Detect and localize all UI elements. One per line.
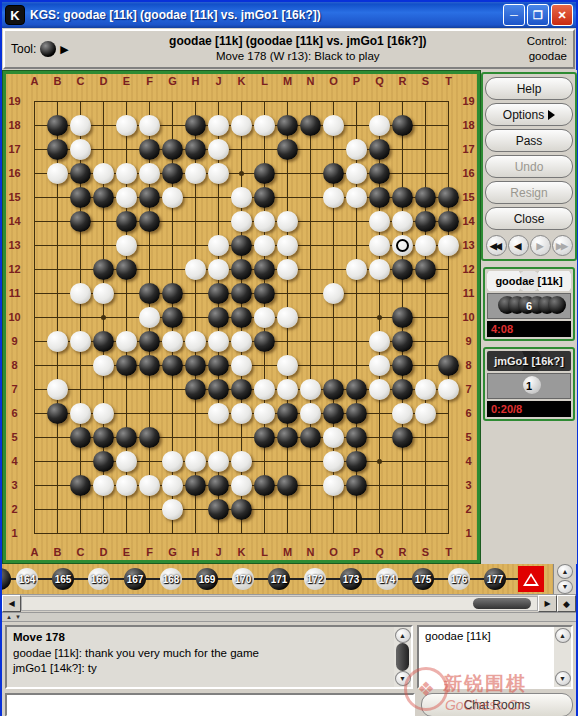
move-strip-up-button[interactable]: ▲ <box>557 564 573 579</box>
move-stone-164[interactable]: 164 <box>16 568 38 590</box>
black-stone-G16 <box>162 163 183 184</box>
white-stone-R14 <box>392 211 413 232</box>
captured-stones-tray: 6 <box>487 293 571 319</box>
black-stone-S14 <box>415 211 436 232</box>
coord-label: 11 <box>460 281 477 305</box>
user-list-scrollbar[interactable]: ▲ ▼ <box>554 627 571 687</box>
black-stone-B18 <box>47 115 68 136</box>
white-stone-H16 <box>185 163 206 184</box>
coord-label: 2 <box>460 497 477 521</box>
black-stone-J2 <box>208 499 229 520</box>
coord-label: R <box>391 545 414 560</box>
white-stone-K8 <box>231 355 252 376</box>
coord-label: A <box>23 74 46 89</box>
black-stone-M5 <box>277 427 298 448</box>
white-stone-N6 <box>300 403 321 424</box>
black-stone-P3 <box>346 475 367 496</box>
black-stone-R5 <box>392 427 413 448</box>
black-stone-L12 <box>254 259 275 280</box>
coord-label: R <box>391 74 414 89</box>
step-forward-button: ▶ <box>530 235 551 256</box>
white-stone-B7 <box>47 379 68 400</box>
coord-label: 2 <box>6 497 23 521</box>
chat-scrollbar[interactable]: ▲ ▼ <box>394 627 411 687</box>
black-stone-F15 <box>139 187 160 208</box>
white-stone-Q18 <box>369 115 390 136</box>
coord-label: 13 <box>460 233 477 257</box>
game-buttons-panel: HelpOptionsPassUndoResignClose◀◀◀▶▶▶ <box>481 72 577 261</box>
control-label: Control: <box>527 34 567 49</box>
chat-scroll-up-button[interactable]: ▲ <box>395 628 411 643</box>
white-stone-K15 <box>231 187 252 208</box>
black-stone-D9 <box>93 331 114 352</box>
black-stone-E14 <box>116 211 137 232</box>
game-title: goodae [11k] (goodae [11k] vs. jmGo1 [16… <box>75 34 521 49</box>
white-stone-N7 <box>300 379 321 400</box>
move-stone-170[interactable]: 170 <box>232 568 254 590</box>
coord-label: L <box>253 74 276 89</box>
board-coordinates-top: ABCDEFGHJKLMNOPQRST <box>23 74 460 89</box>
white-stone-E18 <box>116 115 137 136</box>
move-stone-173[interactable]: 173 <box>340 568 362 590</box>
coord-label: M <box>276 545 299 560</box>
tool-stone-icon[interactable] <box>40 41 56 57</box>
white-stone-G4 <box>162 451 183 472</box>
white-stone-F16 <box>139 163 160 184</box>
white-stone-D6 <box>93 403 114 424</box>
move-stone-partial[interactable] <box>2 568 11 590</box>
coord-label: 10 <box>460 305 477 329</box>
app-icon: K <box>5 5 25 25</box>
white-stone-B16 <box>47 163 68 184</box>
coord-label: N <box>299 74 322 89</box>
coord-label: G <box>161 545 184 560</box>
black-stone-L11 <box>254 283 275 304</box>
player-card-black: jmGo1 [16k?]10:20/8 <box>483 347 575 421</box>
white-stone-J12 <box>208 259 229 280</box>
black-stone-N5 <box>300 427 321 448</box>
black-stone-H18 <box>185 115 206 136</box>
player-name: goodae [11k] <box>487 271 571 291</box>
coord-label: 1 <box>6 521 23 545</box>
black-stone-K2 <box>231 499 252 520</box>
white-stone-Q13 <box>369 235 390 256</box>
black-stone-Q15 <box>369 187 390 208</box>
maximize-button[interactable]: ❐ <box>527 4 549 26</box>
options-button[interactable]: Options <box>485 103 573 126</box>
black-stone-L5 <box>254 427 275 448</box>
captured-stone-icon <box>548 296 566 314</box>
white-stone-M7 <box>277 379 298 400</box>
black-stone-H3 <box>185 475 206 496</box>
move-stone-167[interactable]: 167 <box>124 568 146 590</box>
coord-label: S <box>414 74 437 89</box>
captured-stones-tray: 1 <box>487 373 571 399</box>
white-stone-R13 <box>392 235 413 256</box>
coord-label: 15 <box>6 185 23 209</box>
white-stone-J18 <box>208 115 229 136</box>
star-point <box>239 171 244 176</box>
black-stone-R18 <box>392 115 413 136</box>
coord-label: C <box>69 74 92 89</box>
player-clock: 4:08 <box>487 321 571 337</box>
coord-label: 4 <box>6 449 23 473</box>
black-stone-P4 <box>346 451 367 472</box>
coord-label: J <box>207 74 230 89</box>
board-coordinates-bottom: ABCDEFGHJKLMNOPQRST <box>23 545 460 560</box>
kgs-game-window: K KGS: goodae [11k] (goodae [11k] vs. jm… <box>0 0 578 716</box>
move-stone-171[interactable]: 171 <box>268 568 290 590</box>
coord-label: 7 <box>6 377 23 401</box>
coord-label: 6 <box>460 401 477 425</box>
chat-scrollbar-thumb[interactable] <box>396 643 409 671</box>
black-stone-D12 <box>93 259 114 280</box>
white-stone-C6 <box>70 403 91 424</box>
coord-label: J <box>207 545 230 560</box>
black-stone-S15 <box>415 187 436 208</box>
move-stone-176[interactable]: 176 <box>448 568 470 590</box>
coord-label: 9 <box>6 329 23 353</box>
control-value: goodae <box>527 49 567 64</box>
coord-label: 14 <box>6 209 23 233</box>
move-stone-166[interactable]: 166 <box>88 568 110 590</box>
black-stone-B17 <box>47 139 68 160</box>
white-stone-R6 <box>392 403 413 424</box>
black-stone-O16 <box>323 163 344 184</box>
white-stone-K6 <box>231 403 252 424</box>
white-stone-E4 <box>116 451 137 472</box>
coord-label: 16 <box>460 161 477 185</box>
splitter-down-icon[interactable]: ▼ <box>15 614 21 620</box>
move-stone-174[interactable]: 174 <box>376 568 398 590</box>
coord-label: 7 <box>460 377 477 401</box>
star-point <box>101 315 106 320</box>
white-stone-G15 <box>162 187 183 208</box>
chat-splitter[interactable]: ▲ ▼ <box>2 612 576 622</box>
chat-area: Move 178goodae [11k]: thank you very muc… <box>2 622 576 716</box>
rewind-to-start-button[interactable]: ◀◀ <box>486 235 507 256</box>
white-stone-F10 <box>139 307 160 328</box>
board-coordinates-left: 19181716151413121110987654321 <box>6 89 23 545</box>
black-stone-T15 <box>438 187 459 208</box>
white-stone-Q9 <box>369 331 390 352</box>
black-stone-F14 <box>139 211 160 232</box>
current-move-marker[interactable] <box>518 566 544 592</box>
coord-label: G <box>161 74 184 89</box>
coord-label: N <box>299 545 322 560</box>
move-number-strip[interactable]: 1641651661671681691701711721731741751761… <box>2 564 576 594</box>
black-stone-F8 <box>139 355 160 376</box>
white-stone-L18 <box>254 115 275 136</box>
black-stone-H17 <box>185 139 206 160</box>
white-stone-J16 <box>208 163 229 184</box>
white-stone-P17 <box>346 139 367 160</box>
black-stone-F17 <box>139 139 160 160</box>
white-stone-Q14 <box>369 211 390 232</box>
black-stone-F11 <box>139 283 160 304</box>
submenu-arrow-icon <box>548 110 555 120</box>
coord-label: E <box>115 74 138 89</box>
pass-button[interactable]: Pass <box>485 129 573 152</box>
white-stone-S7 <box>415 379 436 400</box>
coord-label: D <box>92 74 115 89</box>
move-stone-175[interactable]: 175 <box>412 568 434 590</box>
coord-label: 8 <box>460 353 477 377</box>
coord-label: 12 <box>460 257 477 281</box>
last-move-marker <box>396 239 409 252</box>
black-stone-C3 <box>70 475 91 496</box>
white-stone-G9 <box>162 331 183 352</box>
black-stone-R7 <box>392 379 413 400</box>
splitter-up-icon[interactable]: ▲ <box>6 614 12 620</box>
white-stone-S13 <box>415 235 436 256</box>
white-stone-J9 <box>208 331 229 352</box>
coord-label: T <box>437 74 460 89</box>
coord-label: 12 <box>6 257 23 281</box>
scrollbar-thumb[interactable] <box>473 598 531 609</box>
coord-label: 18 <box>460 113 477 137</box>
coord-label: 8 <box>6 353 23 377</box>
white-stone-C11 <box>70 283 91 304</box>
white-stone-M12 <box>277 259 298 280</box>
black-stone-G10 <box>162 307 183 328</box>
black-stone-C5 <box>70 427 91 448</box>
black-stone-K11 <box>231 283 252 304</box>
coord-label: 4 <box>460 449 477 473</box>
black-stone-T14 <box>438 211 459 232</box>
title-bar[interactable]: K KGS: goodae [11k] (goodae [11k] vs. jm… <box>2 2 576 28</box>
coord-label: 5 <box>6 425 23 449</box>
white-stone-K3 <box>231 475 252 496</box>
coord-label: M <box>276 74 299 89</box>
player-name: jmGo1 [16k?] <box>487 351 571 371</box>
black-stone-H8 <box>185 355 206 376</box>
minimize-button[interactable]: ─ <box>503 4 525 26</box>
white-stone-M10 <box>277 307 298 328</box>
white-stone-O5 <box>323 427 344 448</box>
coord-label: 6 <box>6 401 23 425</box>
white-stone-J4 <box>208 451 229 472</box>
scrollbar-track[interactable] <box>21 596 538 611</box>
coord-label: 17 <box>460 137 477 161</box>
coord-label: D <box>92 545 115 560</box>
coord-label: F <box>138 545 161 560</box>
coord-label: 17 <box>6 137 23 161</box>
white-stone-H4 <box>185 451 206 472</box>
scroll-left-button[interactable]: ◀ <box>2 595 21 612</box>
black-stone-C14 <box>70 211 91 232</box>
black-stone-Q17 <box>369 139 390 160</box>
white-stone-M14 <box>277 211 298 232</box>
tool-dropdown-arrow-icon[interactable]: ▶ <box>60 43 68 56</box>
black-stone-F5 <box>139 427 160 448</box>
white-stone-C18 <box>70 115 91 136</box>
white-stone-O4 <box>323 451 344 472</box>
board-frame: ABCDEFGHJKLMNOPQRST ABCDEFGHJKLMNOPQRST … <box>2 70 481 564</box>
go-board[interactable]: ABCDEFGHJKLMNOPQRST ABCDEFGHJKLMNOPQRST … <box>6 74 477 560</box>
move-stone-168[interactable]: 168 <box>160 568 182 590</box>
coord-label: 19 <box>460 89 477 113</box>
black-stone-E5 <box>116 427 137 448</box>
player-clock: 0:20/8 <box>487 401 571 417</box>
coord-label: 3 <box>460 473 477 497</box>
black-stone-Q16 <box>369 163 390 184</box>
black-stone-E8 <box>116 355 137 376</box>
white-stone-L6 <box>254 403 275 424</box>
white-stone-K18 <box>231 115 252 136</box>
white-stone-E9 <box>116 331 137 352</box>
white-stone-T13 <box>438 235 459 256</box>
chat-message: jmGo1 [14k?]: ty <box>13 661 388 677</box>
white-stone-F18 <box>139 115 160 136</box>
white-stone-K14 <box>231 211 252 232</box>
user-list-scroll-up-button[interactable]: ▲ <box>555 628 571 643</box>
black-stone-J10 <box>208 307 229 328</box>
player-card-white: goodae [11k]64:08 <box>483 267 575 341</box>
coord-label: 15 <box>460 185 477 209</box>
white-stone-D3 <box>93 475 114 496</box>
move-stone-169[interactable]: 169 <box>196 568 218 590</box>
forward-to-end-button: ▶▶ <box>552 235 573 256</box>
white-stone-D8 <box>93 355 114 376</box>
scroll-right-button[interactable]: ▶ <box>538 595 557 612</box>
black-stone-G17 <box>162 139 183 160</box>
white-stone-K4 <box>231 451 252 472</box>
move-stone-165[interactable]: 165 <box>52 568 74 590</box>
coord-label: 14 <box>460 209 477 233</box>
white-stone-S6 <box>415 403 436 424</box>
help-button[interactable]: Help <box>485 77 573 100</box>
black-stone-D4 <box>93 451 114 472</box>
coord-label: K <box>230 545 253 560</box>
coord-label: H <box>184 74 207 89</box>
white-stone-L7 <box>254 379 275 400</box>
black-stone-P7 <box>346 379 367 400</box>
coord-label: B <box>46 74 69 89</box>
chat-input[interactable] <box>5 693 415 716</box>
black-stone-G11 <box>162 283 183 304</box>
black-stone-J8 <box>208 355 229 376</box>
close-button[interactable]: Close <box>485 207 573 230</box>
move-strip-down-button[interactable]: ▼ <box>557 580 573 595</box>
chat-message: goodae [11k]: thank you very much for th… <box>13 646 388 662</box>
white-stone-L10 <box>254 307 275 328</box>
white-stone-J13 <box>208 235 229 256</box>
chat-messages-panel: Move 178goodae [11k]: thank you very muc… <box>5 625 413 689</box>
move-stone-177[interactable]: 177 <box>484 568 506 590</box>
coord-label: Q <box>368 545 391 560</box>
coord-label: B <box>46 545 69 560</box>
coord-label: P <box>345 545 368 560</box>
coord-label: 3 <box>6 473 23 497</box>
white-stone-G2 <box>162 499 183 520</box>
coord-label: 10 <box>6 305 23 329</box>
black-stone-M17 <box>277 139 298 160</box>
coord-label: 9 <box>460 329 477 353</box>
black-stone-L16 <box>254 163 275 184</box>
coord-label: Q <box>368 74 391 89</box>
coord-label: L <box>253 545 276 560</box>
black-stone-B6 <box>47 403 68 424</box>
coord-label: 11 <box>6 281 23 305</box>
tool-label: Tool: <box>11 42 36 56</box>
white-stone-D16 <box>93 163 114 184</box>
coord-label: 13 <box>6 233 23 257</box>
white-stone-E13 <box>116 235 137 256</box>
black-stone-J11 <box>208 283 229 304</box>
black-stone-C16 <box>70 163 91 184</box>
coord-label: H <box>184 545 207 560</box>
undo-button: Undo <box>485 155 573 178</box>
scrollbar-diamond-button[interactable]: ◆ <box>557 595 576 612</box>
sidebar: HelpOptionsPassUndoResignClose◀◀◀▶▶▶ goo… <box>481 70 577 564</box>
white-stone-Q12 <box>369 259 390 280</box>
black-stone-L3 <box>254 475 275 496</box>
white-stone-H9 <box>185 331 206 352</box>
black-stone-L15 <box>254 187 275 208</box>
black-stone-K12 <box>231 259 252 280</box>
black-stone-R12 <box>392 259 413 280</box>
white-stone-G3 <box>162 475 183 496</box>
coord-label: 18 <box>6 113 23 137</box>
move-strip-vertical-scroll[interactable]: ▲▼ <box>553 564 576 594</box>
black-stone-L9 <box>254 331 275 352</box>
black-stone-M18 <box>277 115 298 136</box>
move-strip-scrollbar[interactable]: ◀ ▶ ◆ <box>2 594 576 612</box>
white-stone-P12 <box>346 259 367 280</box>
white-stone-O18 <box>323 115 344 136</box>
window-title: KGS: goodae [11k] (goodae [11k] vs. jmGo… <box>30 8 503 22</box>
close-window-button[interactable]: ✕ <box>551 4 573 26</box>
black-stone-K7 <box>231 379 252 400</box>
coord-label: A <box>23 545 46 560</box>
coord-label: 16 <box>6 161 23 185</box>
white-stone-T7 <box>438 379 459 400</box>
capture-count: 6 <box>526 300 532 312</box>
black-stone-J7 <box>208 379 229 400</box>
black-stone-R9 <box>392 331 413 352</box>
white-stone-M13 <box>277 235 298 256</box>
black-stone-P6 <box>346 403 367 424</box>
black-stone-E12 <box>116 259 137 280</box>
step-back-button[interactable]: ◀ <box>508 235 529 256</box>
coord-label: K <box>230 74 253 89</box>
white-stone-E3 <box>116 475 137 496</box>
board-coordinates-right: 19181716151413121110987654321 <box>460 89 477 545</box>
coord-label: 1 <box>460 521 477 545</box>
black-stone-P5 <box>346 427 367 448</box>
black-stone-O6 <box>323 403 344 424</box>
coord-label: O <box>322 545 345 560</box>
white-stone-Q7 <box>369 379 390 400</box>
white-stone-O11 <box>323 283 344 304</box>
black-stone-K13 <box>231 235 252 256</box>
user-list-item[interactable]: goodae [11k] <box>425 630 548 642</box>
coord-label: 19 <box>6 89 23 113</box>
user-list-scroll-down-button[interactable]: ▼ <box>555 671 571 686</box>
black-stone-G8 <box>162 355 183 376</box>
chat-scroll-down-button[interactable]: ▼ <box>395 671 411 686</box>
white-stone-Q8 <box>369 355 390 376</box>
chat-rooms-button[interactable]: Chat Rooms <box>421 693 573 716</box>
white-stone-O15 <box>323 187 344 208</box>
coord-label: T <box>437 545 460 560</box>
move-stone-172[interactable]: 172 <box>304 568 326 590</box>
white-stone-P15 <box>346 187 367 208</box>
black-stone-D15 <box>93 187 114 208</box>
user-list-panel: goodae [11k] ▲ ▼ <box>417 625 573 689</box>
white-stone-J6 <box>208 403 229 424</box>
